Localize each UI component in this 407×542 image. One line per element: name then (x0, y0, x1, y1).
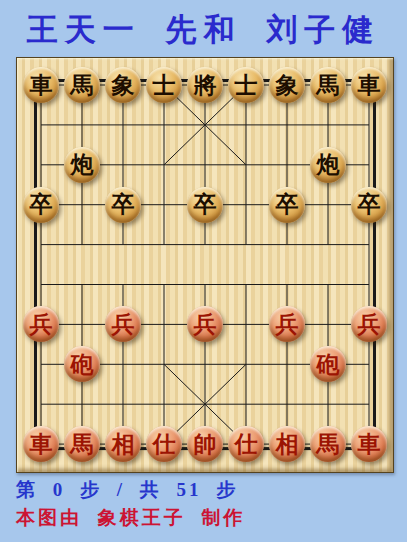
page-title: 王天一 先和 刘子健 (0, 6, 407, 54)
board-pieces: 車馬象士將士象馬車炮炮卒卒卒卒卒兵兵兵兵兵砲砲車馬相仕帥仕相馬車 (17, 58, 393, 472)
piece-red-r-f8r9[interactable]: 車 (351, 426, 387, 462)
piece-black-b-f2r0[interactable]: 象 (105, 67, 141, 103)
piece-black-p-f2r3[interactable]: 卒 (105, 187, 141, 223)
piece-black-p-f4r3[interactable]: 卒 (187, 187, 223, 223)
piece-red-p-f0r6[interactable]: 兵 (23, 306, 59, 342)
xiangqi-board: 車馬象士將士象馬車炮炮卒卒卒卒卒兵兵兵兵兵砲砲車馬相仕帥仕相馬車 (16, 57, 394, 473)
piece-red-a-f3r9[interactable]: 仕 (146, 426, 182, 462)
piece-black-a-f5r0[interactable]: 士 (228, 67, 264, 103)
piece-black-b-f6r0[interactable]: 象 (269, 67, 305, 103)
credit-text: 本图由 象棋王子 制作 (16, 505, 246, 531)
piece-red-k-f4r9[interactable]: 帥 (187, 426, 223, 462)
piece-black-k-f4r0[interactable]: 將 (187, 67, 223, 103)
piece-black-c-f1r2[interactable]: 炮 (64, 147, 100, 183)
piece-red-p-f4r6[interactable]: 兵 (187, 306, 223, 342)
piece-red-p-f8r6[interactable]: 兵 (351, 306, 387, 342)
piece-black-r-f0r0[interactable]: 車 (23, 67, 59, 103)
piece-black-p-f0r3[interactable]: 卒 (23, 187, 59, 223)
piece-red-a-f5r9[interactable]: 仕 (228, 426, 264, 462)
piece-red-n-f7r9[interactable]: 馬 (310, 426, 346, 462)
piece-red-p-f6r6[interactable]: 兵 (269, 306, 305, 342)
piece-black-n-f7r0[interactable]: 馬 (310, 67, 346, 103)
piece-red-c-f7r7[interactable]: 砲 (310, 346, 346, 382)
piece-black-c-f7r2[interactable]: 炮 (310, 147, 346, 183)
piece-red-r-f0r9[interactable]: 車 (23, 426, 59, 462)
piece-red-b-f2r9[interactable]: 相 (105, 426, 141, 462)
piece-red-b-f6r9[interactable]: 相 (269, 426, 305, 462)
piece-black-a-f3r0[interactable]: 士 (146, 67, 182, 103)
piece-black-r-f8r0[interactable]: 車 (351, 67, 387, 103)
piece-red-n-f1r9[interactable]: 馬 (64, 426, 100, 462)
piece-black-p-f8r3[interactable]: 卒 (351, 187, 387, 223)
piece-black-p-f6r3[interactable]: 卒 (269, 187, 305, 223)
move-counter: 第 0 步 / 共 51 步 (16, 477, 238, 503)
piece-red-c-f1r7[interactable]: 砲 (64, 346, 100, 382)
piece-black-n-f1r0[interactable]: 馬 (64, 67, 100, 103)
piece-red-p-f2r6[interactable]: 兵 (105, 306, 141, 342)
